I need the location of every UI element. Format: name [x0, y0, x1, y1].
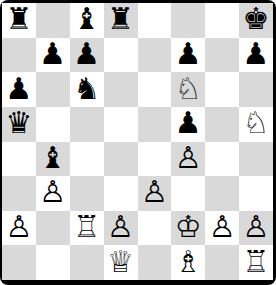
square-e5[interactable]	[138, 107, 172, 142]
white-bishop-piece[interactable]: ♗	[175, 247, 202, 277]
square-a8[interactable]: ♜	[2, 3, 36, 38]
white-pawn-piece[interactable]: ♙	[175, 143, 202, 173]
square-e2[interactable]	[138, 211, 172, 246]
square-b6[interactable]	[36, 72, 70, 107]
square-a5[interactable]: ♛	[2, 107, 36, 142]
square-d2[interactable]: ♙	[104, 211, 138, 246]
white-pawn-piece[interactable]: ♙	[107, 212, 134, 242]
square-g5[interactable]	[205, 107, 239, 142]
black-pawn-piece[interactable]: ♟	[243, 39, 270, 69]
black-knight-piece[interactable]: ♞	[73, 74, 100, 104]
square-h4[interactable]	[239, 142, 273, 177]
black-king-piece[interactable]: ♚	[243, 4, 270, 34]
square-h8[interactable]: ♚	[239, 3, 273, 38]
square-a2[interactable]: ♙	[2, 211, 36, 246]
black-bishop-piece[interactable]: ♝	[39, 143, 66, 173]
square-g7[interactable]	[205, 38, 239, 73]
square-c5[interactable]	[70, 107, 104, 142]
square-g1[interactable]	[205, 245, 239, 280]
square-d8[interactable]: ♜	[104, 3, 138, 38]
square-h6[interactable]	[239, 72, 273, 107]
square-a4[interactable]	[2, 142, 36, 177]
white-rook-piece[interactable]: ♖	[243, 247, 270, 277]
square-f4[interactable]: ♙	[171, 142, 205, 177]
square-c2[interactable]: ♖	[70, 211, 104, 246]
square-g3[interactable]	[205, 176, 239, 211]
white-knight-piece[interactable]: ♘	[243, 108, 270, 138]
square-b3[interactable]: ♙	[36, 176, 70, 211]
square-h5[interactable]: ♘	[239, 107, 273, 142]
black-bishop-piece[interactable]: ♝	[73, 4, 100, 34]
square-e7[interactable]	[138, 38, 172, 73]
black-pawn-piece[interactable]: ♟	[175, 108, 202, 138]
black-pawn-piece[interactable]: ♟	[73, 39, 100, 69]
black-pawn-piece[interactable]: ♟	[39, 39, 66, 69]
square-c7[interactable]: ♟	[70, 38, 104, 73]
square-e8[interactable]	[138, 3, 172, 38]
square-f5[interactable]: ♟	[171, 107, 205, 142]
square-b1[interactable]	[36, 245, 70, 280]
white-rook-piece[interactable]: ♖	[73, 212, 100, 242]
square-a3[interactable]	[2, 176, 36, 211]
square-b2[interactable]	[36, 211, 70, 246]
chess-board-frame: ♜♝♜♚♟♟♟♟♟♞♘♛♟♘♝♙♙♙♙♖♙♔♙♙♕♗♖	[0, 0, 276, 285]
square-d3[interactable]	[104, 176, 138, 211]
white-queen-piece[interactable]: ♕	[107, 247, 134, 277]
square-d7[interactable]	[104, 38, 138, 73]
square-d5[interactable]	[104, 107, 138, 142]
square-f3[interactable]	[171, 176, 205, 211]
white-pawn-piece[interactable]: ♙	[5, 212, 32, 242]
white-pawn-piece[interactable]: ♙	[243, 212, 270, 242]
square-h7[interactable]: ♟	[239, 38, 273, 73]
square-c8[interactable]: ♝	[70, 3, 104, 38]
black-rook-piece[interactable]: ♜	[5, 4, 32, 34]
square-b4[interactable]: ♝	[36, 142, 70, 177]
square-f7[interactable]: ♟	[171, 38, 205, 73]
square-c4[interactable]	[70, 142, 104, 177]
square-f8[interactable]	[171, 3, 205, 38]
square-f2[interactable]: ♔	[171, 211, 205, 246]
square-c1[interactable]	[70, 245, 104, 280]
black-queen-piece[interactable]: ♛	[5, 108, 32, 138]
square-c3[interactable]	[70, 176, 104, 211]
square-h1[interactable]: ♖	[239, 245, 273, 280]
square-b5[interactable]	[36, 107, 70, 142]
square-e4[interactable]	[138, 142, 172, 177]
square-e6[interactable]	[138, 72, 172, 107]
square-a7[interactable]	[2, 38, 36, 73]
square-g6[interactable]	[205, 72, 239, 107]
square-d6[interactable]	[104, 72, 138, 107]
white-pawn-piece[interactable]: ♙	[209, 212, 236, 242]
square-a6[interactable]: ♟	[2, 72, 36, 107]
square-e1[interactable]	[138, 245, 172, 280]
square-c6[interactable]: ♞	[70, 72, 104, 107]
white-knight-piece[interactable]: ♘	[175, 74, 202, 104]
square-d1[interactable]: ♕	[104, 245, 138, 280]
square-a1[interactable]	[2, 245, 36, 280]
square-g8[interactable]	[205, 3, 239, 38]
square-f1[interactable]: ♗	[171, 245, 205, 280]
square-h2[interactable]: ♙	[239, 211, 273, 246]
square-b8[interactable]	[36, 3, 70, 38]
white-king-piece[interactable]: ♔	[175, 212, 202, 242]
white-pawn-piece[interactable]: ♙	[39, 177, 66, 207]
square-h3[interactable]	[239, 176, 273, 211]
square-d4[interactable]	[104, 142, 138, 177]
black-pawn-piece[interactable]: ♟	[5, 74, 32, 104]
white-pawn-piece[interactable]: ♙	[141, 177, 168, 207]
square-e3[interactable]: ♙	[138, 176, 172, 211]
square-g4[interactable]	[205, 142, 239, 177]
square-b7[interactable]: ♟	[36, 38, 70, 73]
chess-board: ♜♝♜♚♟♟♟♟♟♞♘♛♟♘♝♙♙♙♙♖♙♔♙♙♕♗♖	[2, 3, 273, 280]
square-f6[interactable]: ♘	[171, 72, 205, 107]
black-rook-piece[interactable]: ♜	[107, 4, 134, 34]
square-g2[interactable]: ♙	[205, 211, 239, 246]
black-pawn-piece[interactable]: ♟	[175, 39, 202, 69]
